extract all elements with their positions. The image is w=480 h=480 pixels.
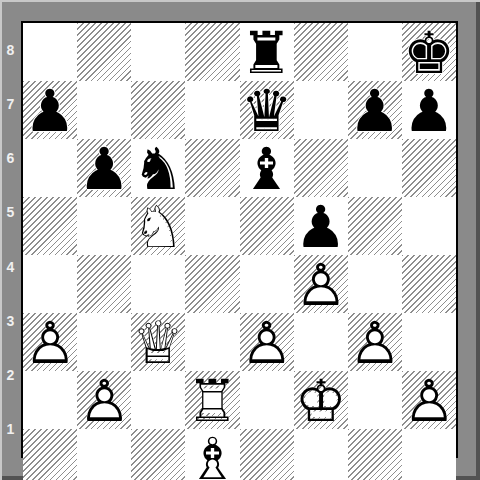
square-d4[interactable]: [185, 255, 239, 313]
white-pawn-a3[interactable]: ♟♙: [24, 314, 76, 372]
square-e7[interactable]: ♛: [240, 81, 294, 139]
square-h3[interactable]: [402, 313, 456, 371]
black-pawn-h7[interactable]: ♟: [403, 82, 455, 140]
rank-label-7: 7: [0, 77, 21, 131]
square-a2[interactable]: [23, 371, 77, 429]
square-f6[interactable]: [294, 139, 348, 197]
rank-label-6: 6: [0, 131, 21, 185]
square-a5[interactable]: [23, 197, 77, 255]
square-h5[interactable]: [402, 197, 456, 255]
white-piece-outline-layer: ♗: [186, 430, 238, 480]
square-f7[interactable]: [294, 81, 348, 139]
square-d8[interactable]: [185, 23, 239, 81]
square-b7[interactable]: [77, 81, 131, 139]
white-bishop-d1[interactable]: ♝♗: [186, 430, 238, 480]
square-d1[interactable]: ♝♗: [185, 429, 239, 480]
square-a8[interactable]: [23, 23, 77, 81]
square-c7[interactable]: [131, 81, 185, 139]
square-f3[interactable]: [294, 313, 348, 371]
square-b2[interactable]: ♟♙: [77, 371, 131, 429]
square-h8[interactable]: ♚: [402, 23, 456, 81]
square-d7[interactable]: [185, 81, 239, 139]
white-pawn-e3[interactable]: ♟♙: [241, 314, 293, 372]
square-h7[interactable]: ♟: [402, 81, 456, 139]
square-h2[interactable]: ♟♙: [402, 371, 456, 429]
square-c5[interactable]: ♞♘: [131, 197, 185, 255]
square-g2[interactable]: [348, 371, 402, 429]
square-c4[interactable]: [131, 255, 185, 313]
black-pawn-f5[interactable]: ♟: [295, 198, 347, 256]
square-b3[interactable]: [77, 313, 131, 371]
black-pawn-b6[interactable]: ♟: [78, 140, 130, 198]
square-h1[interactable]: [402, 429, 456, 480]
square-d5[interactable]: [185, 197, 239, 255]
square-b4[interactable]: [77, 255, 131, 313]
square-c1[interactable]: [131, 429, 185, 480]
square-e2[interactable]: [240, 371, 294, 429]
square-a1[interactable]: [23, 429, 77, 480]
square-a4[interactable]: [23, 255, 77, 313]
square-a6[interactable]: [23, 139, 77, 197]
white-pawn-b2[interactable]: ♟♙: [78, 372, 130, 430]
rank-label-5: 5: [0, 185, 21, 239]
square-b8[interactable]: [77, 23, 131, 81]
square-d3[interactable]: [185, 313, 239, 371]
square-h6[interactable]: [402, 139, 456, 197]
white-pawn-h2[interactable]: ♟♙: [403, 372, 455, 430]
white-piece-outline-layer: ♕: [132, 314, 184, 372]
black-queen-e7[interactable]: ♛: [241, 82, 293, 140]
square-d2[interactable]: ♜♖: [185, 371, 239, 429]
square-b6[interactable]: ♟: [77, 139, 131, 197]
square-e3[interactable]: ♟♙: [240, 313, 294, 371]
black-rook-e8[interactable]: ♜: [241, 24, 293, 82]
white-piece-outline-layer: ♔: [295, 372, 347, 430]
square-g3[interactable]: ♟♙: [348, 313, 402, 371]
square-f5[interactable]: ♟: [294, 197, 348, 255]
chess-diagram: 87654321 ABCDEFGH ♜♚♟♛♟♟♟♞♝♞♘♟♟♙♟♙♛♕♟♙♟♙…: [0, 0, 480, 480]
square-e5[interactable]: [240, 197, 294, 255]
rank-label-2: 2: [0, 348, 21, 402]
square-e1[interactable]: [240, 429, 294, 480]
square-g1[interactable]: [348, 429, 402, 480]
square-c6[interactable]: ♞: [131, 139, 185, 197]
square-g4[interactable]: [348, 255, 402, 313]
square-g7[interactable]: ♟: [348, 81, 402, 139]
white-piece-outline-layer: ♙: [295, 256, 347, 314]
black-pawn-g7[interactable]: ♟: [349, 82, 401, 140]
square-b1[interactable]: [77, 429, 131, 480]
white-piece-outline-layer: ♖: [186, 372, 238, 430]
white-piece-outline-layer: ♙: [24, 314, 76, 372]
white-king-f2[interactable]: ♚♔: [295, 372, 347, 430]
white-pawn-f4[interactable]: ♟♙: [295, 256, 347, 314]
black-king-h8[interactable]: ♚: [403, 24, 455, 82]
square-c3[interactable]: ♛♕: [131, 313, 185, 371]
square-e4[interactable]: [240, 255, 294, 313]
square-c2[interactable]: [131, 371, 185, 429]
white-piece-outline-layer: ♙: [78, 372, 130, 430]
square-g8[interactable]: [348, 23, 402, 81]
white-piece-outline-layer: ♙: [349, 314, 401, 372]
white-queen-c3[interactable]: ♛♕: [132, 314, 184, 372]
square-e6[interactable]: ♝: [240, 139, 294, 197]
square-f4[interactable]: ♟♙: [294, 255, 348, 313]
rank-label-8: 8: [0, 23, 21, 77]
square-f8[interactable]: [294, 23, 348, 81]
square-f1[interactable]: [294, 429, 348, 480]
square-h4[interactable]: [402, 255, 456, 313]
square-b5[interactable]: [77, 197, 131, 255]
square-g5[interactable]: [348, 197, 402, 255]
white-pawn-g3[interactable]: ♟♙: [349, 314, 401, 372]
rank-labels: 87654321: [0, 23, 21, 456]
white-piece-outline-layer: ♙: [241, 314, 293, 372]
chess-board: ♜♚♟♛♟♟♟♞♝♞♘♟♟♙♟♙♛♕♟♙♟♙♟♙♜♖♚♔♟♙♝♗: [21, 21, 458, 458]
black-bishop-e6[interactable]: ♝: [241, 140, 293, 198]
rank-label-4: 4: [0, 240, 21, 294]
square-a7[interactable]: ♟: [23, 81, 77, 139]
black-pawn-a7[interactable]: ♟: [24, 82, 76, 140]
square-g6[interactable]: [348, 139, 402, 197]
black-knight-c6[interactable]: ♞: [132, 140, 184, 198]
square-a3[interactable]: ♟♙: [23, 313, 77, 371]
square-f2[interactable]: ♚♔: [294, 371, 348, 429]
square-e8[interactable]: ♜: [240, 23, 294, 81]
rank-label-1: 1: [0, 402, 21, 456]
square-c8[interactable]: [131, 23, 185, 81]
rank-label-3: 3: [0, 294, 21, 348]
square-d6[interactable]: [185, 139, 239, 197]
white-piece-outline-layer: ♙: [403, 372, 455, 430]
white-rook-d2[interactable]: ♜♖: [186, 372, 238, 430]
white-knight-c5[interactable]: ♞♘: [132, 198, 184, 256]
white-piece-outline-layer: ♘: [132, 198, 184, 256]
